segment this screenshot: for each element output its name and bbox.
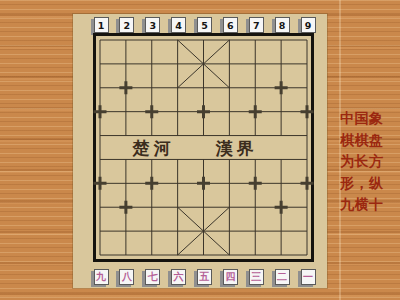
xiangqi-diagram-slide: 1 2 3 4 5 6 7 8 9: [0, 0, 400, 300]
side-note-line: 为长方: [340, 151, 390, 173]
file-label-bottom-8: 八: [119, 269, 134, 285]
file-label-top-9: 9: [301, 17, 316, 33]
file-label-top-5: 5: [197, 17, 212, 33]
file-label-bottom-6: 六: [171, 269, 186, 285]
side-note-line: 形，纵: [340, 173, 390, 195]
side-note-line: 九横十: [340, 194, 390, 216]
xiangqi-board: 楚 河 漢 界: [93, 33, 314, 262]
file-label-top-8: 8: [275, 17, 290, 33]
file-label-bottom-7: 七: [145, 269, 160, 285]
river-char-jie: 界: [236, 138, 254, 158]
side-note: 中国象 棋棋盘 为长方 形，纵 九横十: [340, 108, 390, 216]
file-label-bottom-4: 四: [223, 269, 238, 285]
file-label-bottom-3: 三: [249, 269, 264, 285]
side-note-line: 棋棋盘: [340, 130, 390, 152]
river-char-chu: 楚: [132, 138, 150, 158]
file-label-bottom-9: 九: [94, 269, 109, 285]
file-label-bottom-2: 二: [275, 269, 290, 285]
file-label-top-3: 3: [145, 17, 160, 33]
river-char-han: 漢: [215, 138, 233, 158]
file-label-top-7: 7: [249, 17, 264, 33]
file-label-bottom-5: 五: [197, 269, 212, 285]
file-label-bottom-1: 一: [301, 269, 316, 285]
river-char-he: 河: [153, 138, 171, 158]
file-label-top-2: 2: [119, 17, 134, 33]
board-mat: 1 2 3 4 5 6 7 8 9: [73, 14, 327, 288]
file-label-top-4: 4: [171, 17, 186, 33]
file-label-top-1: 1: [94, 17, 109, 33]
file-label-top-6: 6: [223, 17, 238, 33]
board-grid-svg: [93, 33, 314, 262]
side-note-line: 中国象: [340, 108, 390, 130]
